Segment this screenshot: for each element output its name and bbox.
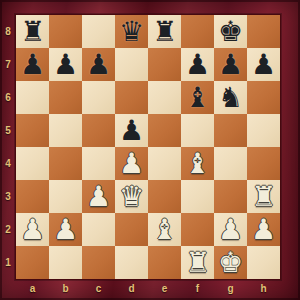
rank-label-1: 1 <box>0 246 16 279</box>
square-e7[interactable] <box>148 48 181 81</box>
square-c6[interactable] <box>82 81 115 114</box>
square-b6[interactable] <box>49 81 82 114</box>
square-b7[interactable]: ♟ <box>49 48 82 81</box>
piece-white-queen[interactable]: ♛ <box>119 180 144 213</box>
rank-labels: 87654321 <box>0 15 16 279</box>
piece-black-king[interactable]: ♚ <box>218 15 243 48</box>
square-c7[interactable]: ♟ <box>82 48 115 81</box>
piece-black-rook[interactable]: ♜ <box>152 15 177 48</box>
piece-black-pawn[interactable]: ♟ <box>185 48 210 81</box>
square-c5[interactable] <box>82 114 115 147</box>
square-c4[interactable] <box>82 147 115 180</box>
piece-black-pawn[interactable]: ♟ <box>119 114 144 147</box>
square-e4[interactable] <box>148 147 181 180</box>
square-d8[interactable]: ♛ <box>115 15 148 48</box>
square-d2[interactable] <box>115 213 148 246</box>
square-c2[interactable] <box>82 213 115 246</box>
piece-white-king[interactable]: ♚ <box>218 246 243 279</box>
square-f3[interactable] <box>181 180 214 213</box>
square-g3[interactable] <box>214 180 247 213</box>
rank-label-6: 6 <box>0 81 16 114</box>
square-d5[interactable]: ♟ <box>115 114 148 147</box>
square-f4[interactable]: ♝ <box>181 147 214 180</box>
square-e2[interactable]: ♝ <box>148 213 181 246</box>
piece-white-pawn[interactable]: ♟ <box>20 213 45 246</box>
square-f6[interactable]: ♝ <box>181 81 214 114</box>
square-d7[interactable] <box>115 48 148 81</box>
square-a2[interactable]: ♟ <box>16 213 49 246</box>
square-d4[interactable]: ♟ <box>115 147 148 180</box>
piece-white-pawn[interactable]: ♟ <box>218 213 243 246</box>
rank-label-8: 8 <box>0 15 16 48</box>
square-f5[interactable] <box>181 114 214 147</box>
square-b1[interactable] <box>49 246 82 279</box>
piece-black-pawn[interactable]: ♟ <box>218 48 243 81</box>
file-label-d: d <box>115 279 148 300</box>
square-a8[interactable]: ♜ <box>16 15 49 48</box>
file-label-c: c <box>82 279 115 300</box>
square-e8[interactable]: ♜ <box>148 15 181 48</box>
square-h1[interactable] <box>247 246 280 279</box>
piece-white-pawn[interactable]: ♟ <box>86 180 111 213</box>
square-a7[interactable]: ♟ <box>16 48 49 81</box>
square-b4[interactable] <box>49 147 82 180</box>
file-label-e: e <box>148 279 181 300</box>
square-a4[interactable] <box>16 147 49 180</box>
square-d3[interactable]: ♛ <box>115 180 148 213</box>
file-label-a: a <box>16 279 49 300</box>
square-g8[interactable]: ♚ <box>214 15 247 48</box>
square-c1[interactable] <box>82 246 115 279</box>
square-h4[interactable] <box>247 147 280 180</box>
square-a3[interactable] <box>16 180 49 213</box>
square-h3[interactable]: ♜ <box>247 180 280 213</box>
square-e6[interactable] <box>148 81 181 114</box>
square-f8[interactable] <box>181 15 214 48</box>
square-f7[interactable]: ♟ <box>181 48 214 81</box>
piece-black-bishop[interactable]: ♝ <box>185 81 210 114</box>
rank-label-5: 5 <box>0 114 16 147</box>
square-f2[interactable] <box>181 213 214 246</box>
square-a5[interactable] <box>16 114 49 147</box>
square-h8[interactable] <box>247 15 280 48</box>
square-g5[interactable] <box>214 114 247 147</box>
piece-black-pawn[interactable]: ♟ <box>20 48 45 81</box>
square-g4[interactable] <box>214 147 247 180</box>
file-label-h: h <box>247 279 280 300</box>
piece-black-queen[interactable]: ♛ <box>119 15 144 48</box>
piece-white-rook[interactable]: ♜ <box>185 246 210 279</box>
square-b2[interactable]: ♟ <box>49 213 82 246</box>
square-h7[interactable]: ♟ <box>247 48 280 81</box>
square-g1[interactable]: ♚ <box>214 246 247 279</box>
square-b3[interactable] <box>49 180 82 213</box>
piece-white-bishop[interactable]: ♝ <box>152 213 177 246</box>
piece-white-bishop[interactable]: ♝ <box>185 147 210 180</box>
chess-board: ♜♛♜♚♟♟♟♟♟♟♝♞♟♟♝♟♛♜♟♟♝♟♟♜♚ <box>16 15 280 279</box>
rank-label-2: 2 <box>0 213 16 246</box>
square-c8[interactable] <box>82 15 115 48</box>
square-f1[interactable]: ♜ <box>181 246 214 279</box>
square-b5[interactable] <box>49 114 82 147</box>
square-d1[interactable] <box>115 246 148 279</box>
rank-label-7: 7 <box>0 48 16 81</box>
piece-white-pawn[interactable]: ♟ <box>119 147 144 180</box>
square-h5[interactable] <box>247 114 280 147</box>
square-c3[interactable]: ♟ <box>82 180 115 213</box>
square-e5[interactable] <box>148 114 181 147</box>
square-a1[interactable] <box>16 246 49 279</box>
square-g2[interactable]: ♟ <box>214 213 247 246</box>
piece-black-pawn[interactable]: ♟ <box>53 48 78 81</box>
file-label-f: f <box>181 279 214 300</box>
square-a6[interactable] <box>16 81 49 114</box>
piece-black-rook[interactable]: ♜ <box>20 15 45 48</box>
square-e3[interactable] <box>148 180 181 213</box>
square-g6[interactable]: ♞ <box>214 81 247 114</box>
rank-label-3: 3 <box>0 180 16 213</box>
square-b8[interactable] <box>49 15 82 48</box>
chess-board-frame: 87654321 abcdefgh ♜♛♜♚♟♟♟♟♟♟♝♞♟♟♝♟♛♜♟♟♝♟… <box>0 0 300 300</box>
piece-white-pawn[interactable]: ♟ <box>251 213 276 246</box>
square-h6[interactable] <box>247 81 280 114</box>
square-e1[interactable] <box>148 246 181 279</box>
file-label-g: g <box>214 279 247 300</box>
piece-white-pawn[interactable]: ♟ <box>53 213 78 246</box>
piece-black-pawn[interactable]: ♟ <box>86 48 111 81</box>
square-d6[interactable] <box>115 81 148 114</box>
file-label-b: b <box>49 279 82 300</box>
piece-white-rook[interactable]: ♜ <box>251 180 276 213</box>
square-g7[interactable]: ♟ <box>214 48 247 81</box>
file-labels: abcdefgh <box>16 279 280 300</box>
square-h2[interactable]: ♟ <box>247 213 280 246</box>
piece-black-pawn[interactable]: ♟ <box>251 48 276 81</box>
piece-black-knight[interactable]: ♞ <box>218 81 243 114</box>
rank-label-4: 4 <box>0 147 16 180</box>
